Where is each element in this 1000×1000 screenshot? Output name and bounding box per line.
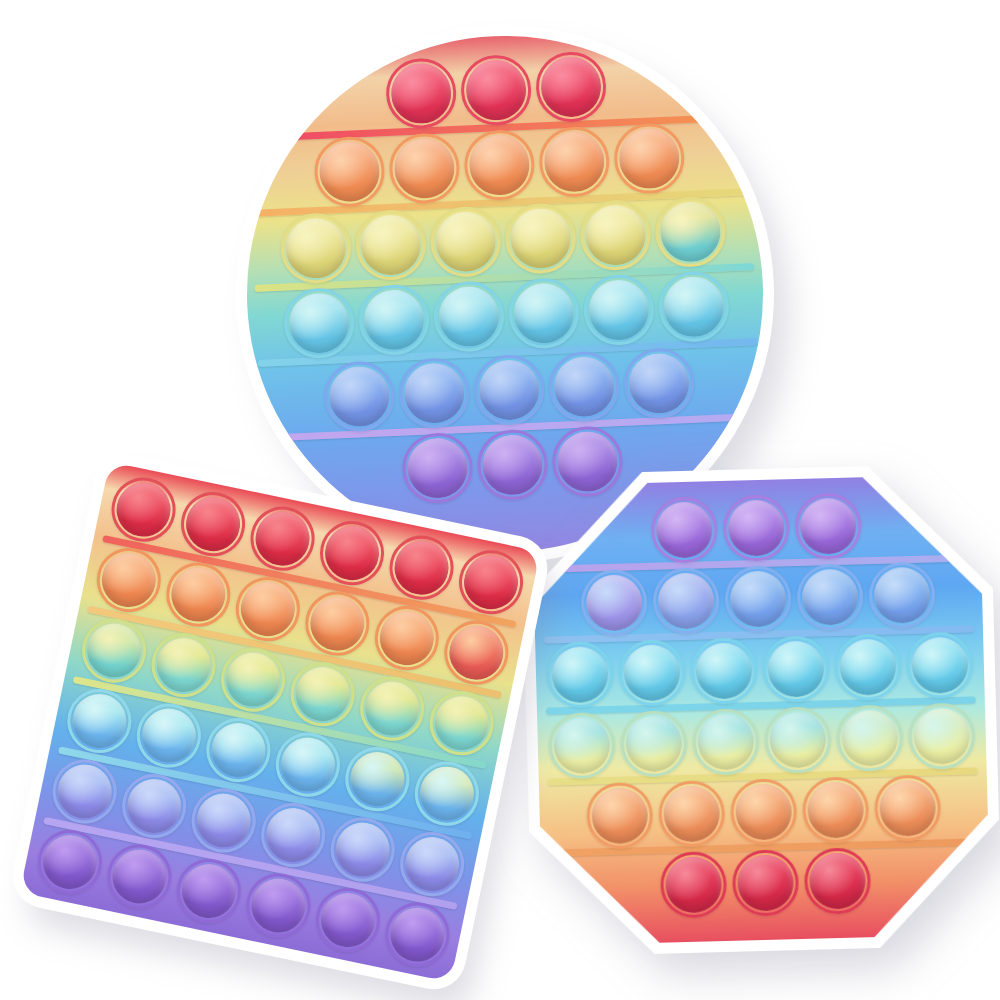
bubble-socket (692, 708, 760, 776)
bubble-dome-unpopped (465, 59, 528, 122)
bubble-dome-unpopped (769, 711, 826, 768)
bubble-dome-unpopped (359, 214, 422, 277)
bubble-dome-unpopped (122, 774, 186, 838)
bubble-dome-unpopped (345, 747, 409, 811)
bubble-dome-unpopped (434, 210, 497, 273)
bubble-socket (453, 544, 529, 620)
bubble-dome-unpopped (315, 888, 379, 952)
bubble-socket (101, 839, 177, 915)
bubble-socket (32, 824, 108, 900)
bubble-socket (116, 768, 192, 844)
bubble-dome-unpopped (389, 536, 453, 600)
bubble-socket (229, 571, 305, 647)
bubble-dome-unpopped (623, 644, 680, 701)
bubble-socket (314, 515, 390, 591)
bubble-dome-unpopped (656, 501, 713, 558)
bubble-socket (279, 212, 352, 285)
bubble-dome-unpopped (540, 56, 603, 119)
bubble-dome-unpopped (67, 689, 131, 753)
bubble-dome-unpopped (879, 779, 936, 836)
bubble-socket (546, 641, 614, 709)
bubble-socket (874, 774, 942, 842)
bubble-dome-unpopped (553, 717, 610, 774)
bubble-socket (171, 853, 247, 929)
bubble-socket (323, 360, 396, 433)
bubble-dome-unpopped (52, 759, 116, 823)
bubble-row-cyan-yellow (537, 702, 987, 780)
bubble-socket (185, 783, 261, 859)
bubble-dome-unpopped (659, 201, 722, 264)
bubble-dome-unpopped (176, 859, 240, 923)
bubble-dome-unpopped (151, 633, 215, 697)
bubble-socket (240, 868, 316, 944)
bubble-socket (145, 627, 221, 703)
bubble-socket (313, 135, 386, 208)
bubble-row-red (541, 844, 991, 922)
bubble-socket (354, 671, 430, 747)
bubble-socket (438, 615, 514, 691)
bubble-dome-unpopped (406, 437, 469, 500)
bubble-dome-unpopped (362, 289, 425, 352)
bubble-socket (90, 542, 166, 618)
bubble-socket (61, 683, 137, 759)
bubble-socket (200, 712, 276, 788)
bubble-dome-unpopped (585, 574, 642, 631)
bubble-dome-unpopped (136, 704, 200, 768)
bubble-socket (834, 633, 902, 701)
bubble-dome-unpopped (37, 830, 101, 894)
bubble-dome-unpopped (318, 140, 381, 203)
bubble-dome-unpopped (801, 568, 858, 625)
bubble-dome-unpopped (459, 550, 523, 614)
bubble-socket (385, 57, 458, 130)
bubble-socket (46, 754, 122, 830)
bubble-dome-unpopped (697, 713, 754, 770)
bubble-socket (215, 642, 291, 718)
bubble-row-cyan (535, 631, 985, 709)
bubble-dome-unpopped (390, 62, 453, 125)
bubble-socket (579, 199, 652, 272)
bubble-socket (548, 350, 621, 423)
bubble-socket (580, 569, 648, 637)
bubble-dome-unpopped (625, 715, 682, 772)
bubble-dome-unpopped (657, 572, 714, 629)
bubble-socket (388, 132, 461, 205)
bubble-socket (423, 685, 499, 761)
bubble-dome-unpopped (913, 708, 970, 765)
popit-square-board (20, 462, 541, 983)
bubble-socket (652, 567, 720, 635)
bubble-socket (284, 656, 360, 732)
bubble-dome-unpopped (729, 570, 786, 627)
bubble-socket (586, 782, 654, 850)
bubble-socket (394, 826, 470, 902)
bubble-dome-unpopped (284, 217, 347, 280)
bubble-dome-unpopped (618, 127, 681, 190)
bubble-socket (613, 122, 686, 195)
bubble-dome-unpopped (873, 567, 930, 624)
bubble-dome-unpopped (96, 548, 160, 612)
bubble-socket (507, 277, 580, 350)
bubble-dome-unpopped (374, 606, 438, 670)
bubble-dome-unpopped (799, 497, 856, 554)
bubble-dome-unpopped (328, 365, 391, 428)
bubble-socket (660, 851, 728, 919)
bubble-dome-unpopped (385, 903, 449, 967)
bubble-dome-unpopped (665, 856, 722, 913)
bubble-dome-unpopped (628, 352, 691, 415)
bubble-socket (255, 797, 331, 873)
bubble-socket (270, 727, 346, 803)
bubble-dome-unpopped (393, 137, 456, 200)
bubble-dome-unpopped (320, 521, 384, 585)
bubble-socket (379, 897, 455, 973)
bubble-socket (804, 847, 872, 915)
bubble-socket (908, 702, 976, 770)
bubble-dome-unpopped (911, 637, 968, 694)
bubble-dome-unpopped (543, 131, 606, 194)
bubble-dome-unpopped (107, 844, 171, 908)
bubble-dome-unpopped (400, 832, 464, 896)
bubble-socket (762, 635, 830, 703)
bubble-dome-unpopped (444, 621, 508, 685)
bubble-socket (354, 208, 427, 281)
bubble-socket (401, 432, 474, 505)
bubble-dome-unpopped (166, 563, 230, 627)
bubble-dome-unpopped (512, 282, 575, 345)
bubble-socket (244, 501, 320, 577)
bubble-dome-unpopped (839, 638, 896, 695)
bubble-socket (906, 631, 974, 699)
bubble-socket (582, 274, 655, 347)
bubble-socket (538, 125, 611, 198)
bubble-dome-unpopped (553, 355, 616, 418)
bubble-socket (299, 586, 375, 662)
bubble-socket (473, 353, 546, 426)
bubble-socket (836, 704, 904, 772)
bubble-socket (310, 882, 386, 958)
bubble-socket (463, 129, 536, 202)
bubble-socket (802, 776, 870, 844)
bubble-socket (460, 54, 533, 127)
bubble-dome-unpopped (728, 499, 785, 556)
bubble-dome-unpopped (587, 279, 650, 342)
bubble-socket (618, 639, 686, 707)
bubble-dome-unpopped (767, 640, 824, 697)
bubble-dome-unpopped (181, 492, 245, 556)
bubble-socket (730, 778, 798, 846)
bubble-socket (324, 812, 400, 888)
bubble-dome-unpopped (841, 709, 898, 766)
bubble-dome-unpopped (305, 592, 369, 656)
bubble-dome-unpopped (663, 785, 720, 842)
bubble-dome-unpopped (221, 648, 285, 712)
bubble-socket (764, 706, 832, 774)
bubble-socket (653, 195, 726, 268)
bubble-dome-unpopped (551, 646, 608, 703)
bubble-socket (620, 710, 688, 778)
bubble-dome-unpopped (82, 619, 146, 683)
bubble-dome-unpopped (275, 733, 339, 797)
bubble-dome-unpopped (591, 787, 648, 844)
popit-square (20, 462, 541, 983)
bubble-dome-unpopped (735, 783, 792, 840)
bubble-socket (724, 565, 792, 633)
bubble-socket (383, 530, 459, 606)
bubble-socket (76, 613, 152, 689)
product-photo (0, 0, 1000, 1000)
bubble-dome-unpopped (250, 507, 314, 571)
bubble-dome-unpopped (737, 854, 794, 911)
bubble-row-blue (533, 560, 983, 638)
bubble-dome-unpopped (695, 642, 752, 699)
bubble-socket (131, 698, 207, 774)
bubble-socket (658, 780, 726, 848)
bubble-socket (357, 283, 430, 356)
bubble-dome-unpopped (809, 852, 866, 909)
bubble-dome-unpopped (360, 677, 424, 741)
popit-octagon (520, 463, 1000, 957)
bubble-dome-unpopped (403, 362, 466, 425)
bubble-socket (504, 202, 577, 275)
bubble-socket (794, 492, 862, 560)
bubble-socket (339, 741, 415, 817)
bubble-socket (722, 494, 790, 562)
popit-octagon-board (531, 474, 991, 946)
bubble-dome-unpopped (437, 285, 500, 348)
bubble-dome-unpopped (468, 134, 531, 197)
bubble-socket (429, 205, 502, 278)
bubble-dome-unpopped (478, 359, 541, 422)
bubble-dome-unpopped (662, 276, 725, 339)
bubble-socket (409, 756, 485, 832)
bubble-dome-unpopped (287, 292, 350, 355)
bubble-dome-unpopped (509, 207, 572, 270)
bubble-socket (623, 347, 696, 420)
bubble-socket (432, 280, 505, 353)
bubble-socket (650, 496, 718, 564)
bubble-dome-unpopped (584, 204, 647, 267)
bubble-dome-unpopped (235, 577, 299, 641)
bubble-dome-unpopped (261, 803, 325, 867)
bubble-row-orange (539, 773, 989, 851)
bubble-dome-unpopped (414, 762, 478, 826)
bubble-socket (160, 557, 236, 633)
bubble-dome-unpopped (111, 478, 175, 542)
bubble-socket (868, 561, 936, 629)
bubble-socket (105, 472, 181, 548)
bubble-socket (175, 486, 251, 562)
bubble-socket (398, 357, 471, 430)
bubble-socket (796, 563, 864, 631)
bubble-socket (368, 600, 444, 676)
bubble-socket (690, 637, 758, 705)
bubble-socket (548, 712, 616, 780)
bubble-dome-unpopped (246, 874, 310, 938)
bubble-dome-unpopped (191, 789, 255, 853)
bubble-dome-unpopped (206, 718, 270, 782)
bubble-socket (657, 270, 730, 343)
bubble-socket (732, 849, 800, 917)
bubble-socket (282, 287, 355, 360)
bubble-socket (535, 50, 608, 123)
bubble-dome-unpopped (330, 818, 394, 882)
bubble-dome-unpopped (429, 691, 493, 755)
bubble-dome-unpopped (807, 781, 864, 838)
bubble-dome-unpopped (290, 662, 354, 726)
